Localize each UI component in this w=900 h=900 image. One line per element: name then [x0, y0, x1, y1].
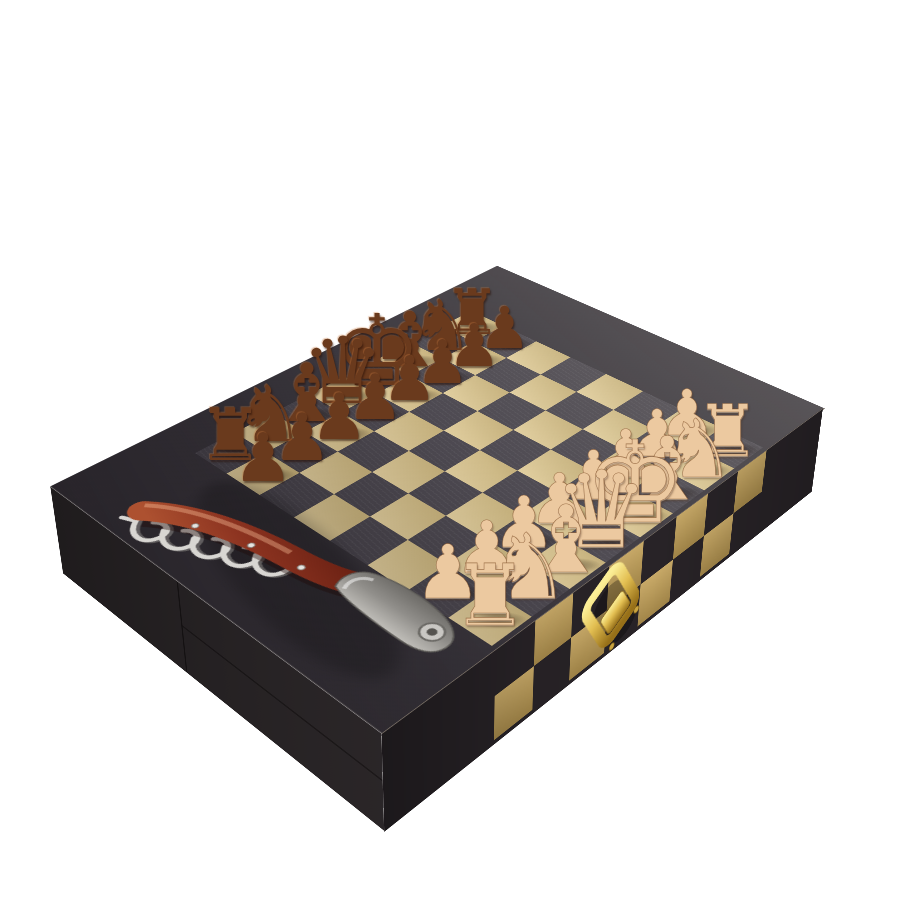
- square-b5: [334, 472, 408, 516]
- square-b6: [299, 452, 372, 495]
- square-c3: [446, 493, 522, 539]
- square-c5: [372, 451, 445, 494]
- product-photo: ♜♞♝♛♚♝♞♜♟♟♟♟♟♟♟♟♟♟♟♟♟♟♟♟♜♞♝♛♚♝♞♜: [0, 0, 900, 900]
- square-d2: [522, 492, 598, 538]
- handle-rivets: [190, 509, 307, 586]
- square-d3: [482, 471, 556, 515]
- square-b4: [370, 493, 446, 539]
- square-a7: [227, 452, 300, 495]
- square-c2: [485, 515, 562, 564]
- square-b2: [447, 539, 526, 590]
- square-a6: [260, 473, 334, 518]
- handle-highlight: [145, 483, 291, 578]
- square-d4: [445, 450, 518, 492]
- square-c4: [408, 471, 482, 515]
- square-e3: [517, 449, 589, 491]
- square-b3: [408, 516, 486, 565]
- square-a5: [294, 494, 370, 541]
- square-a2: [407, 564, 488, 617]
- square-a4: [330, 517, 408, 566]
- square-a3: [368, 540, 447, 591]
- square-e2: [556, 470, 630, 514]
- scene-3d: [0, 0, 900, 900]
- square-f2: [590, 449, 662, 491]
- corkscrew-lever-head: [325, 562, 471, 660]
